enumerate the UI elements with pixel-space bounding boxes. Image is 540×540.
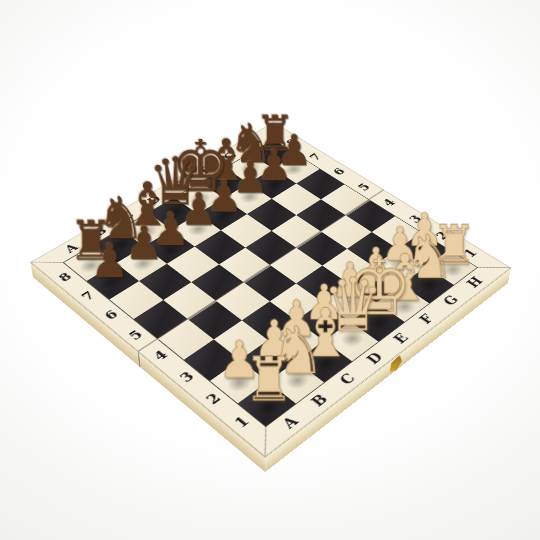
product-photo-stage: 88AA77BB66CC55DD44EE33FF22GG11HH ♜♞♝♛♚♝♞… bbox=[0, 0, 540, 540]
black-pawn-glyph: ♟ bbox=[124, 222, 163, 264]
chess-board: 88AA77BB66CC55DD44EE33FF22GG11HH ♜♞♝♛♚♝♞… bbox=[30, 122, 511, 457]
fold-seam-notch bbox=[138, 352, 141, 368]
board-top: 88AA77BB66CC55DD44EE33FF22GG11HH ♜♞♝♛♚♝♞… bbox=[30, 122, 511, 457]
white-rook-glyph: ♜ bbox=[243, 353, 294, 408]
piece-black-pawn-a7: ♟ bbox=[82, 263, 134, 299]
piece-white-rook-a1: ♜ bbox=[237, 384, 295, 429]
black-pawn-glyph: ♟ bbox=[90, 240, 129, 282]
